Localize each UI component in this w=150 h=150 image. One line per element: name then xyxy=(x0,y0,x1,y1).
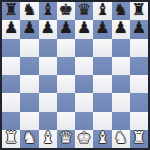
square-g5[interactable] xyxy=(112,57,130,75)
square-b6[interactable] xyxy=(20,39,38,57)
square-a3[interactable] xyxy=(2,93,20,111)
square-c3[interactable] xyxy=(39,93,57,111)
square-d8[interactable]: ♚ xyxy=(57,2,75,20)
square-e1[interactable]: ♚ xyxy=(75,130,93,148)
square-f3[interactable] xyxy=(93,93,111,111)
square-g7[interactable]: ♟ xyxy=(112,20,130,38)
square-e5[interactable] xyxy=(75,57,93,75)
square-h6[interactable] xyxy=(130,39,148,57)
square-d7[interactable]: ♟ xyxy=(57,20,75,38)
square-h3[interactable] xyxy=(130,93,148,111)
square-h2[interactable] xyxy=(130,112,148,130)
piece-black-queen-e8[interactable]: ♛ xyxy=(77,2,91,18)
square-d3[interactable] xyxy=(57,93,75,111)
square-e3[interactable] xyxy=(75,93,93,111)
piece-white-queen-d1[interactable]: ♛ xyxy=(59,130,73,146)
square-f7[interactable]: ♟ xyxy=(93,20,111,38)
square-h7[interactable]: ♟ xyxy=(130,20,148,38)
square-h8[interactable]: ♜ xyxy=(130,2,148,20)
piece-white-rook-a1[interactable]: ♜ xyxy=(4,130,18,146)
square-d4[interactable] xyxy=(57,75,75,93)
square-c1[interactable]: ♝ xyxy=(39,130,57,148)
square-a4[interactable] xyxy=(2,75,20,93)
square-d6[interactable] xyxy=(57,39,75,57)
piece-black-pawn-c7[interactable]: ♟ xyxy=(40,20,54,36)
square-c6[interactable] xyxy=(39,39,57,57)
piece-black-knight-g8[interactable]: ♞ xyxy=(113,2,127,18)
square-b5[interactable] xyxy=(20,57,38,75)
piece-black-pawn-e7[interactable]: ♟ xyxy=(77,20,91,36)
square-a7[interactable]: ♟ xyxy=(2,20,20,38)
square-g4[interactable] xyxy=(112,75,130,93)
square-f8[interactable]: ♝ xyxy=(93,2,111,20)
square-g2[interactable] xyxy=(112,112,130,130)
piece-black-pawn-g7[interactable]: ♟ xyxy=(113,20,127,36)
square-b8[interactable]: ♞ xyxy=(20,2,38,20)
chess-board: ♜♞♝♚♛♝♞♜♟♟♟♟♟♟♟♟♜♞♝♛♚♝♞♜ xyxy=(0,0,150,150)
piece-black-pawn-a7[interactable]: ♟ xyxy=(4,20,18,36)
piece-black-king-d8[interactable]: ♚ xyxy=(59,2,73,18)
square-d1[interactable]: ♛ xyxy=(57,130,75,148)
square-h4[interactable] xyxy=(130,75,148,93)
square-a1[interactable]: ♜ xyxy=(2,130,20,148)
square-b1[interactable]: ♞ xyxy=(20,130,38,148)
square-f4[interactable] xyxy=(93,75,111,93)
piece-black-pawn-f7[interactable]: ♟ xyxy=(95,20,109,36)
square-b7[interactable]: ♟ xyxy=(20,20,38,38)
piece-black-bishop-c8[interactable]: ♝ xyxy=(40,2,54,18)
square-c2[interactable] xyxy=(39,112,57,130)
square-d5[interactable] xyxy=(57,57,75,75)
piece-white-rook-h1[interactable]: ♜ xyxy=(132,130,146,146)
piece-black-pawn-d7[interactable]: ♟ xyxy=(59,20,73,36)
square-g8[interactable]: ♞ xyxy=(112,2,130,20)
square-h5[interactable] xyxy=(130,57,148,75)
piece-white-knight-g1[interactable]: ♞ xyxy=(113,130,127,146)
piece-white-knight-b1[interactable]: ♞ xyxy=(22,130,36,146)
square-c8[interactable]: ♝ xyxy=(39,2,57,20)
square-a5[interactable] xyxy=(2,57,20,75)
square-c7[interactable]: ♟ xyxy=(39,20,57,38)
piece-black-rook-a8[interactable]: ♜ xyxy=(4,2,18,18)
square-g3[interactable] xyxy=(112,93,130,111)
square-f6[interactable] xyxy=(93,39,111,57)
piece-black-pawn-b7[interactable]: ♟ xyxy=(22,20,36,36)
square-f2[interactable] xyxy=(93,112,111,130)
square-b2[interactable] xyxy=(20,112,38,130)
square-d2[interactable] xyxy=(57,112,75,130)
square-e7[interactable]: ♟ xyxy=(75,20,93,38)
piece-black-rook-h8[interactable]: ♜ xyxy=(132,2,146,18)
square-g6[interactable] xyxy=(112,39,130,57)
square-b4[interactable] xyxy=(20,75,38,93)
square-e4[interactable] xyxy=(75,75,93,93)
square-h1[interactable]: ♜ xyxy=(130,130,148,148)
piece-black-pawn-h7[interactable]: ♟ xyxy=(132,20,146,36)
square-a8[interactable]: ♜ xyxy=(2,2,20,20)
square-b3[interactable] xyxy=(20,93,38,111)
square-e2[interactable] xyxy=(75,112,93,130)
square-e6[interactable] xyxy=(75,39,93,57)
square-g1[interactable]: ♞ xyxy=(112,130,130,148)
square-c4[interactable] xyxy=(39,75,57,93)
square-f5[interactable] xyxy=(93,57,111,75)
square-c5[interactable] xyxy=(39,57,57,75)
square-a6[interactable] xyxy=(2,39,20,57)
piece-black-bishop-f8[interactable]: ♝ xyxy=(95,2,109,18)
piece-white-bishop-f1[interactable]: ♝ xyxy=(95,130,109,146)
chess-board-window: ♜♞♝♚♛♝♞♜♟♟♟♟♟♟♟♟♜♞♝♛♚♝♞♜ xyxy=(0,0,150,150)
piece-white-king-e1[interactable]: ♚ xyxy=(77,130,91,146)
piece-black-knight-b8[interactable]: ♞ xyxy=(22,2,36,18)
piece-white-bishop-c1[interactable]: ♝ xyxy=(40,130,54,146)
square-e8[interactable]: ♛ xyxy=(75,2,93,20)
square-a2[interactable] xyxy=(2,112,20,130)
square-f1[interactable]: ♝ xyxy=(93,130,111,148)
